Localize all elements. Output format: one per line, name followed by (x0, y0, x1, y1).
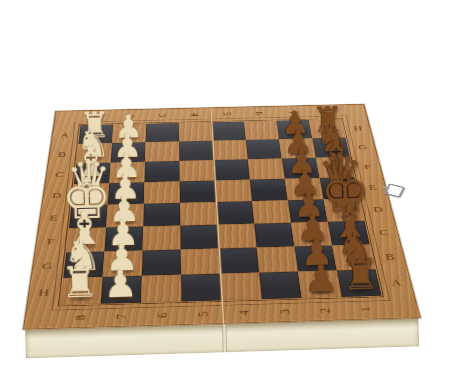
rank-label-top-2: 2 (124, 114, 136, 117)
box-side (25, 318, 419, 358)
rank-label-top-4: 4 (189, 113, 201, 116)
square-e5[interactable] (216, 201, 254, 225)
square-d4[interactable] (180, 181, 216, 203)
rank-label-bottom-2: 2 (316, 308, 331, 313)
square-e4[interactable] (180, 202, 217, 226)
square-h5[interactable] (220, 273, 262, 301)
latch-clasp (384, 183, 406, 197)
square-g4[interactable] (181, 248, 220, 274)
rank-label-bottom-7: 7 (113, 314, 128, 320)
rank-label-bottom-4: 4 (235, 310, 250, 316)
white-pawn[interactable]: ♟ (75, 263, 166, 304)
box-side-fold-seam (222, 324, 227, 353)
chess-board: ♜♟♟♜♞♟♟♞♝♟♟♝♛♟♟♛♚♟♟♚♝♟♟♝♞♟♟♞♜♟♟♜ ABCDEFG… (23, 104, 421, 330)
black-rook[interactable]: ♜ (316, 252, 405, 297)
square-h8[interactable]: ♜ (337, 269, 382, 297)
square-d5[interactable] (215, 180, 252, 202)
rank-label-top-7: 7 (285, 111, 297, 114)
file-label-right-H: H (353, 125, 363, 132)
rank-label-top-5: 5 (221, 112, 233, 115)
square-h2[interactable]: ♟ (101, 276, 142, 304)
square-h4[interactable] (181, 274, 222, 302)
rank-label-bottom-8: 8 (72, 315, 87, 321)
square-f4[interactable] (180, 225, 218, 250)
photo-background: ♜♟♟♜♞♟♟♞♝♟♟♝♛♟♟♛♚♟♟♚♝♟♟♝♞♟♟♞♜♟♟♜ ABCDEFG… (0, 0, 450, 375)
file-label-right-G: G (357, 143, 367, 150)
square-a5[interactable] (211, 121, 245, 140)
file-label-left-A: A (60, 131, 70, 138)
square-a4[interactable] (179, 122, 213, 141)
rank-label-bottom-5: 5 (195, 311, 210, 317)
square-c5[interactable] (214, 159, 250, 180)
rank-label-bottom-6: 6 (154, 313, 169, 319)
square-c4[interactable] (179, 160, 214, 181)
square-b4[interactable] (179, 141, 214, 161)
square-g5[interactable] (219, 247, 259, 273)
rank-label-top-8: 8 (317, 110, 329, 113)
rank-label-top-1: 1 (92, 115, 104, 118)
scene: ♜♟♟♜♞♟♟♞♝♟♟♝♛♟♟♛♚♟♟♚♝♟♟♝♞♟♟♞♜♟♟♜ ABCDEFG… (0, 0, 450, 375)
rank-label-top-3: 3 (157, 114, 169, 117)
square-b5[interactable] (212, 140, 247, 160)
square-f5[interactable] (217, 224, 256, 249)
board-grid: ♜♟♟♜♞♟♟♞♝♟♟♝♛♟♟♛♚♟♟♚♝♟♟♝♞♟♟♞♜♟♟♜ (60, 119, 381, 305)
rank-label-top-6: 6 (253, 111, 265, 114)
rank-label-bottom-1: 1 (357, 307, 373, 312)
rank-label-bottom-3: 3 (276, 309, 291, 315)
